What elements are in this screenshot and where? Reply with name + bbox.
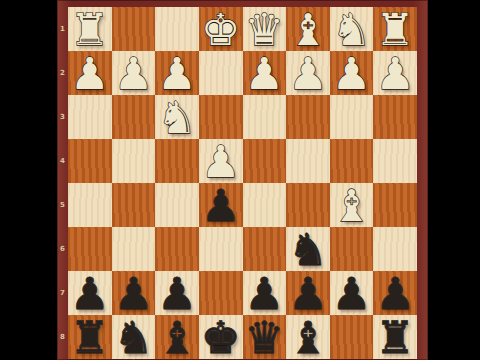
video-frame: 1♜♚♛♝♞♜2♟♟♟♟♟♟♟3♞4♟5♟♝6♞7♟♟♟♟♟♟♟8♜♞♝♚♛♝♜… <box>0 0 480 360</box>
square-f1 <box>155 7 199 51</box>
white-king: ♚ <box>201 8 240 52</box>
square-b3 <box>330 95 374 139</box>
rank-label-4: 4 <box>57 139 68 183</box>
black-pawn: ♟ <box>375 272 414 316</box>
square-h8: ♜ <box>68 315 112 359</box>
square-d3 <box>243 95 287 139</box>
white-pawn: ♟ <box>288 52 327 96</box>
square-d4 <box>243 139 287 183</box>
white-pawn: ♟ <box>332 52 371 96</box>
square-b1: ♞ <box>330 7 374 51</box>
square-c6: ♞ <box>286 227 330 271</box>
square-a4 <box>373 139 417 183</box>
black-pawn: ♟ <box>70 272 109 316</box>
black-pawn: ♟ <box>245 272 284 316</box>
black-pawn: ♟ <box>157 272 196 316</box>
square-a7: ♟ <box>373 271 417 315</box>
white-knight: ♞ <box>157 96 196 140</box>
black-bishop: ♝ <box>288 316 327 360</box>
square-f2: ♟ <box>155 51 199 95</box>
black-bishop: ♝ <box>157 316 196 360</box>
square-e1: ♚ <box>199 7 243 51</box>
square-g4 <box>112 139 156 183</box>
square-c4 <box>286 139 330 183</box>
square-e3 <box>199 95 243 139</box>
rank-label-8: 8 <box>57 315 68 359</box>
white-knight: ♞ <box>332 8 371 52</box>
square-a8: ♜ <box>373 315 417 359</box>
square-f3: ♞ <box>155 95 199 139</box>
square-a6 <box>373 227 417 271</box>
board-frame: 1♜♚♛♝♞♜2♟♟♟♟♟♟♟3♞4♟5♟♝6♞7♟♟♟♟♟♟♟8♜♞♝♚♛♝♜… <box>57 0 428 360</box>
square-d1: ♛ <box>243 7 287 51</box>
square-e6 <box>199 227 243 271</box>
white-pawn: ♟ <box>70 52 109 96</box>
square-h3 <box>68 95 112 139</box>
rank-label-6: 6 <box>57 227 68 271</box>
square-g8: ♞ <box>112 315 156 359</box>
square-c5 <box>286 183 330 227</box>
square-e7 <box>199 271 243 315</box>
white-pawn: ♟ <box>375 52 414 96</box>
square-f6 <box>155 227 199 271</box>
square-h1: ♜ <box>68 7 112 51</box>
rank-label-7: 7 <box>57 271 68 315</box>
black-king: ♚ <box>201 316 240 360</box>
white-pawn: ♟ <box>245 52 284 96</box>
square-d5 <box>243 183 287 227</box>
white-bishop: ♝ <box>332 184 371 228</box>
square-b4 <box>330 139 374 183</box>
square-a2: ♟ <box>373 51 417 95</box>
square-a3 <box>373 95 417 139</box>
square-c7: ♟ <box>286 271 330 315</box>
square-e4: ♟ <box>199 139 243 183</box>
square-c1: ♝ <box>286 7 330 51</box>
white-pawn: ♟ <box>157 52 196 96</box>
square-c2: ♟ <box>286 51 330 95</box>
white-pawn: ♟ <box>201 140 240 184</box>
black-pawn: ♟ <box>332 272 371 316</box>
black-knight: ♞ <box>288 228 327 272</box>
white-pawn: ♟ <box>114 52 153 96</box>
square-a5 <box>373 183 417 227</box>
square-f7: ♟ <box>155 271 199 315</box>
square-e2 <box>199 51 243 95</box>
white-rook: ♜ <box>375 8 414 52</box>
square-e5: ♟ <box>199 183 243 227</box>
black-rook: ♜ <box>375 316 414 360</box>
square-f4 <box>155 139 199 183</box>
square-b6 <box>330 227 374 271</box>
square-d6 <box>243 227 287 271</box>
square-d2: ♟ <box>243 51 287 95</box>
black-pawn: ♟ <box>201 184 240 228</box>
square-g7: ♟ <box>112 271 156 315</box>
rank-label-2: 2 <box>57 51 68 95</box>
square-h7: ♟ <box>68 271 112 315</box>
rank-label-3: 3 <box>57 95 68 139</box>
square-b5: ♝ <box>330 183 374 227</box>
square-c3 <box>286 95 330 139</box>
square-h4 <box>68 139 112 183</box>
black-pawn: ♟ <box>114 272 153 316</box>
square-e8: ♚ <box>199 315 243 359</box>
square-b8 <box>330 315 374 359</box>
square-g1 <box>112 7 156 51</box>
rank-label-5: 5 <box>57 183 68 227</box>
square-g3 <box>112 95 156 139</box>
black-knight: ♞ <box>114 316 153 360</box>
square-b2: ♟ <box>330 51 374 95</box>
white-queen: ♛ <box>245 8 284 52</box>
white-bishop: ♝ <box>288 8 327 52</box>
square-g5 <box>112 183 156 227</box>
square-f5 <box>155 183 199 227</box>
black-pawn: ♟ <box>288 272 327 316</box>
square-c8: ♝ <box>286 315 330 359</box>
rank-label-1: 1 <box>57 7 68 51</box>
black-rook: ♜ <box>70 316 109 360</box>
square-b7: ♟ <box>330 271 374 315</box>
square-h2: ♟ <box>68 51 112 95</box>
square-g6 <box>112 227 156 271</box>
square-g2: ♟ <box>112 51 156 95</box>
square-h6 <box>68 227 112 271</box>
square-f8: ♝ <box>155 315 199 359</box>
black-queen: ♛ <box>245 316 284 360</box>
white-rook: ♜ <box>70 8 109 52</box>
square-a1: ♜ <box>373 7 417 51</box>
square-d8: ♛ <box>243 315 287 359</box>
square-h5 <box>68 183 112 227</box>
square-d7: ♟ <box>243 271 287 315</box>
